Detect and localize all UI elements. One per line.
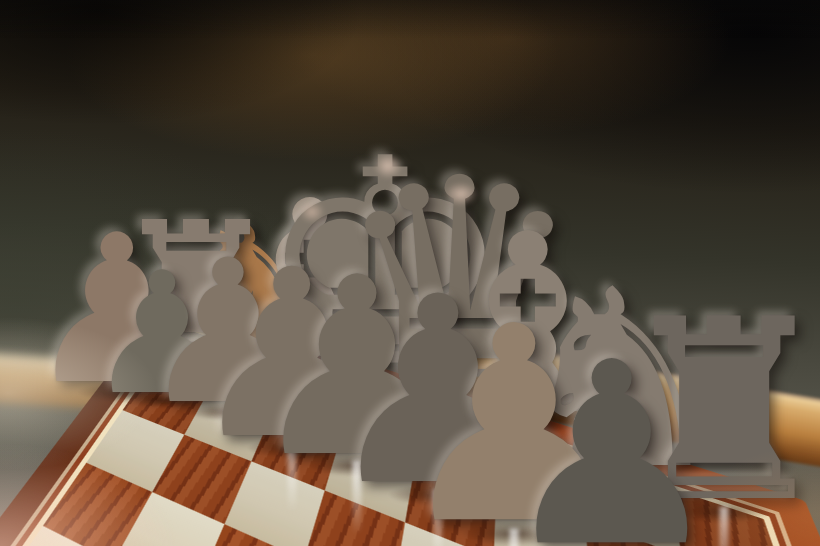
- piece-a2-pawn[interactable]: ♟: [499, 329, 725, 546]
- pieces-layer: ♜♞♝♚♛♝♞♜♟♟♟♟♟♟♟♟: [0, 0, 820, 546]
- chess-photo-scene: ♜♞♝♚♛♝♞♜♟♟♟♟♟♟♟♟: [0, 0, 820, 546]
- bishop-top-glow: [299, 201, 325, 223]
- queen-coronet-glow: [444, 182, 478, 206]
- king-finial-glow: [373, 153, 403, 179]
